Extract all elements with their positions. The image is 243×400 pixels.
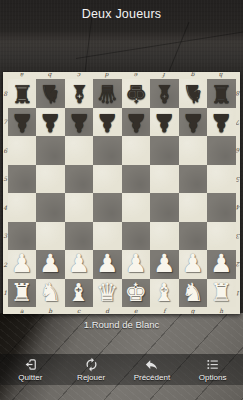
file-label-e-bottom: e — [122, 307, 151, 314]
square-g3[interactable] — [179, 222, 208, 251]
square-c2[interactable]: ♟ — [65, 250, 94, 279]
square-h3[interactable] — [207, 222, 236, 251]
square-h6[interactable] — [207, 136, 236, 165]
rank-label-4-right: 4 — [236, 193, 241, 222]
undo-icon — [144, 357, 159, 372]
square-g4[interactable] — [179, 193, 208, 222]
piece-white-bishop[interactable]: ♝ — [153, 279, 175, 307]
rank-label-3-right: 3 — [236, 222, 241, 251]
square-d3[interactable] — [93, 222, 122, 251]
square-h7[interactable]: ♟ — [207, 108, 236, 137]
piece-black-pawn[interactable]: ♟ — [39, 108, 61, 136]
square-e6[interactable] — [122, 136, 151, 165]
piece-white-queen[interactable]: ♛ — [96, 279, 118, 307]
square-c1[interactable]: ♝ — [65, 279, 94, 308]
square-f5[interactable] — [150, 165, 179, 194]
square-a7[interactable]: ♟ — [8, 108, 37, 137]
square-c4[interactable] — [65, 193, 94, 222]
piece-black-rook[interactable]: ♜ — [210, 79, 232, 107]
square-e3[interactable] — [122, 222, 151, 251]
piece-black-pawn[interactable]: ♟ — [182, 108, 204, 136]
piece-black-pawn[interactable]: ♟ — [96, 108, 118, 136]
rank-label-6-right: 6 — [236, 136, 241, 165]
square-f2[interactable]: ♟ — [150, 250, 179, 279]
square-g6[interactable] — [179, 136, 208, 165]
file-label-b-bottom: b — [36, 307, 65, 314]
board-squares: ♜♞♝♛♚♝♞♜♟♟♟♟♟♟♟♟♟♟♟♟♟♟♟♟♜♞♝♛♚♝♞♜ — [8, 79, 236, 307]
piece-white-pawn[interactable]: ♟ — [125, 250, 147, 278]
rank-label-1-right: 1 — [236, 279, 241, 308]
piece-black-rook[interactable]: ♜ — [11, 79, 33, 107]
square-g2[interactable]: ♟ — [179, 250, 208, 279]
square-b4[interactable] — [36, 193, 65, 222]
piece-white-pawn[interactable]: ♟ — [153, 250, 175, 278]
file-label-e-top: e — [122, 72, 151, 79]
square-h2[interactable]: ♟ — [207, 250, 236, 279]
file-label-h-top: h — [207, 72, 236, 79]
square-a8[interactable]: ♜ — [8, 79, 37, 108]
square-h1[interactable]: ♜ — [207, 279, 236, 308]
status-text: 1.Round de Blanc — [0, 319, 243, 330]
chess-board: abcdefgh abcdefgh 87654321 87654321 ♜♞♝♛… — [3, 72, 240, 314]
file-label-g-bottom: g — [179, 307, 208, 314]
square-d1[interactable]: ♛ — [93, 279, 122, 308]
quitter-button[interactable]: Quitter — [0, 354, 61, 385]
square-a6[interactable] — [8, 136, 37, 165]
rank-label-5-right: 5 — [236, 165, 241, 194]
piece-white-rook[interactable]: ♜ — [210, 279, 232, 307]
square-h4[interactable] — [207, 193, 236, 222]
piece-black-king[interactable]: ♚ — [125, 79, 147, 107]
square-f3[interactable] — [150, 222, 179, 251]
piece-black-bishop[interactable]: ♝ — [153, 79, 175, 107]
square-c6[interactable] — [65, 136, 94, 165]
square-f6[interactable] — [150, 136, 179, 165]
square-d2[interactable]: ♟ — [93, 250, 122, 279]
square-a4[interactable] — [8, 193, 37, 222]
square-a2[interactable]: ♟ — [8, 250, 37, 279]
file-label-a-top: a — [8, 72, 37, 79]
texture-crack — [84, 14, 92, 74]
options-icon — [205, 357, 220, 372]
square-b5[interactable] — [36, 165, 65, 194]
piece-white-rook[interactable]: ♜ — [11, 279, 33, 307]
square-c5[interactable] — [65, 165, 94, 194]
precedent-button[interactable]: Précédent — [122, 354, 183, 385]
rank-label-2-right: 2 — [236, 250, 241, 279]
square-c8[interactable]: ♝ — [65, 79, 94, 108]
square-e2[interactable]: ♟ — [122, 250, 151, 279]
square-b8[interactable]: ♞ — [36, 79, 65, 108]
rejouer-button[interactable]: Rejouer — [61, 354, 122, 385]
file-labels-bottom: abcdefgh — [8, 307, 236, 314]
square-g1[interactable]: ♞ — [179, 279, 208, 308]
file-label-g-top: g — [179, 72, 208, 79]
square-b1[interactable]: ♞ — [36, 279, 65, 308]
square-b2[interactable]: ♟ — [36, 250, 65, 279]
square-g5[interactable] — [179, 165, 208, 194]
square-f1[interactable]: ♝ — [150, 279, 179, 308]
square-g7[interactable]: ♟ — [179, 108, 208, 137]
rejouer-label: Rejouer — [77, 373, 105, 382]
precedent-label: Précédent — [134, 373, 170, 382]
rank-labels-right: 87654321 — [236, 79, 241, 307]
file-label-c-top: c — [65, 72, 94, 79]
piece-black-pawn[interactable]: ♟ — [125, 108, 147, 136]
file-label-b-top: b — [36, 72, 65, 79]
square-a5[interactable] — [8, 165, 37, 194]
rank-label-8-right: 8 — [236, 79, 241, 108]
piece-white-pawn[interactable]: ♟ — [182, 250, 204, 278]
texture-crack — [76, 31, 243, 59]
piece-white-pawn[interactable]: ♟ — [39, 250, 61, 278]
piece-black-pawn[interactable]: ♟ — [210, 108, 232, 136]
options-label: Options — [199, 373, 227, 382]
file-label-a-bottom: a — [8, 307, 37, 314]
piece-black-knight[interactable]: ♞ — [182, 79, 204, 107]
piece-black-pawn[interactable]: ♟ — [153, 108, 175, 136]
file-label-f-top: f — [150, 72, 179, 79]
piece-black-queen[interactable]: ♛ — [96, 79, 118, 107]
square-b3[interactable] — [36, 222, 65, 251]
square-b7[interactable]: ♟ — [36, 108, 65, 137]
app-screen: Deux Joueurs abcdefgh abcdefgh 87654321 … — [0, 0, 243, 400]
piece-white-knight[interactable]: ♞ — [39, 279, 61, 307]
piece-black-bishop[interactable]: ♝ — [68, 79, 90, 107]
replay-icon — [84, 357, 99, 372]
square-e8[interactable]: ♚ — [122, 79, 151, 108]
square-d8[interactable]: ♛ — [93, 79, 122, 108]
piece-white-knight[interactable]: ♞ — [182, 279, 204, 307]
square-e5[interactable] — [122, 165, 151, 194]
square-e7[interactable]: ♟ — [122, 108, 151, 137]
square-c3[interactable] — [65, 222, 94, 251]
square-a1[interactable]: ♜ — [8, 279, 37, 308]
file-labels-top: abcdefgh — [8, 72, 236, 79]
piece-black-pawn[interactable]: ♟ — [11, 108, 33, 136]
square-e4[interactable] — [122, 193, 151, 222]
piece-white-bishop[interactable]: ♝ — [68, 279, 90, 307]
square-f7[interactable]: ♟ — [150, 108, 179, 137]
square-b6[interactable] — [36, 136, 65, 165]
options-button[interactable]: Options — [182, 354, 243, 385]
file-label-c-bottom: c — [65, 307, 94, 314]
exit-icon — [23, 357, 38, 372]
square-h8[interactable]: ♜ — [207, 79, 236, 108]
square-d7[interactable]: ♟ — [93, 108, 122, 137]
piece-white-pawn[interactable]: ♟ — [210, 250, 232, 278]
page-title: Deux Joueurs — [0, 7, 243, 21]
square-d4[interactable] — [93, 193, 122, 222]
square-g8[interactable]: ♞ — [179, 79, 208, 108]
rank-label-7-right: 7 — [236, 108, 241, 137]
piece-black-knight[interactable]: ♞ — [39, 79, 61, 107]
toolbar: Quitter Rejouer Précédent Options — [0, 354, 243, 385]
square-d5[interactable] — [93, 165, 122, 194]
texture-crack — [168, 22, 190, 74]
piece-white-pawn[interactable]: ♟ — [68, 250, 90, 278]
file-label-d-top: d — [93, 72, 122, 79]
square-d6[interactable] — [93, 136, 122, 165]
square-a3[interactable] — [8, 222, 37, 251]
square-c7[interactable]: ♟ — [65, 108, 94, 137]
piece-white-pawn[interactable]: ♟ — [11, 250, 33, 278]
piece-white-pawn[interactable]: ♟ — [96, 250, 118, 278]
square-f4[interactable] — [150, 193, 179, 222]
square-h5[interactable] — [207, 165, 236, 194]
piece-black-pawn[interactable]: ♟ — [68, 108, 90, 136]
piece-white-king[interactable]: ♚ — [125, 279, 147, 307]
square-e1[interactable]: ♚ — [122, 279, 151, 308]
square-f8[interactable]: ♝ — [150, 79, 179, 108]
file-label-f-bottom: f — [150, 307, 179, 314]
file-label-h-bottom: h — [207, 307, 236, 314]
file-label-d-bottom: d — [93, 307, 122, 314]
quitter-label: Quitter — [18, 373, 42, 382]
